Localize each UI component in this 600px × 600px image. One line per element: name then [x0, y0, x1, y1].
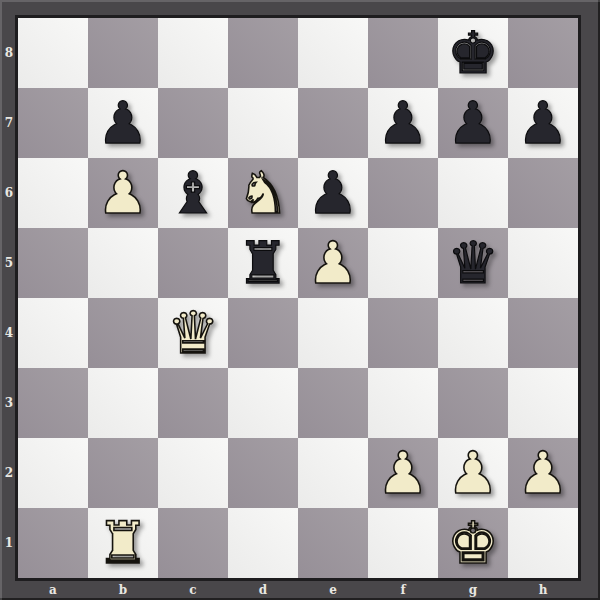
square-a8[interactable] [18, 18, 88, 88]
square-h6[interactable] [508, 158, 578, 228]
square-c6[interactable]: ♝ [158, 158, 228, 228]
square-d8[interactable] [228, 18, 298, 88]
black-pawn-b7[interactable]: ♟ [97, 88, 149, 158]
square-e3[interactable] [298, 368, 368, 438]
square-g2[interactable]: ♟ [438, 438, 508, 508]
square-g6[interactable] [438, 158, 508, 228]
black-rook-d5[interactable]: ♜ [237, 228, 289, 298]
rank-label-7: 7 [0, 88, 18, 158]
rank-label-1: 1 [0, 508, 18, 578]
square-b8[interactable] [88, 18, 158, 88]
square-e2[interactable] [298, 438, 368, 508]
square-e8[interactable] [298, 18, 368, 88]
square-f7[interactable]: ♟ [368, 88, 438, 158]
square-h3[interactable] [508, 368, 578, 438]
square-e1[interactable] [298, 508, 368, 578]
square-d5[interactable]: ♜ [228, 228, 298, 298]
square-a5[interactable] [18, 228, 88, 298]
square-a6[interactable] [18, 158, 88, 228]
square-f3[interactable] [368, 368, 438, 438]
square-a1[interactable] [18, 508, 88, 578]
square-h4[interactable] [508, 298, 578, 368]
square-f8[interactable] [368, 18, 438, 88]
square-d1[interactable] [228, 508, 298, 578]
white-pawn-g2[interactable]: ♟ [447, 438, 499, 508]
square-e5[interactable]: ♟ [298, 228, 368, 298]
chess-board: ♚♟♟♟♟♟♝♞♟♜♟♛♛♟♟♟♜♚ [18, 18, 578, 578]
file-label-a: a [18, 579, 88, 600]
square-d2[interactable] [228, 438, 298, 508]
chess-board-frame: ♚♟♟♟♟♟♝♞♟♜♟♛♛♟♟♟♜♚ 87654321 abcdefgh [0, 0, 600, 600]
square-g3[interactable] [438, 368, 508, 438]
file-label-f: f [368, 579, 438, 600]
file-label-g: g [438, 579, 508, 600]
file-label-h: h [508, 579, 578, 600]
file-label-e: e [298, 579, 368, 600]
black-pawn-f7[interactable]: ♟ [377, 88, 429, 158]
square-d7[interactable] [228, 88, 298, 158]
square-b7[interactable]: ♟ [88, 88, 158, 158]
square-h1[interactable] [508, 508, 578, 578]
square-c8[interactable] [158, 18, 228, 88]
square-c2[interactable] [158, 438, 228, 508]
white-queen-c4[interactable]: ♛ [167, 298, 219, 368]
white-pawn-f2[interactable]: ♟ [377, 438, 429, 508]
square-f2[interactable]: ♟ [368, 438, 438, 508]
square-f4[interactable] [368, 298, 438, 368]
rank-label-2: 2 [0, 438, 18, 508]
square-h5[interactable] [508, 228, 578, 298]
square-f1[interactable] [368, 508, 438, 578]
rank-label-4: 4 [0, 298, 18, 368]
square-d3[interactable] [228, 368, 298, 438]
square-b4[interactable] [88, 298, 158, 368]
square-g5[interactable]: ♛ [438, 228, 508, 298]
square-e4[interactable] [298, 298, 368, 368]
square-b6[interactable]: ♟ [88, 158, 158, 228]
square-d6[interactable]: ♞ [228, 158, 298, 228]
file-label-c: c [158, 579, 228, 600]
square-h7[interactable]: ♟ [508, 88, 578, 158]
square-b3[interactable] [88, 368, 158, 438]
white-rook-b1[interactable]: ♜ [97, 508, 149, 578]
square-f5[interactable] [368, 228, 438, 298]
black-king-g8[interactable]: ♚ [447, 18, 499, 88]
white-knight-d6[interactable]: ♞ [237, 158, 289, 228]
file-label-d: d [228, 579, 298, 600]
black-pawn-g7[interactable]: ♟ [447, 88, 499, 158]
square-c7[interactable] [158, 88, 228, 158]
black-pawn-h7[interactable]: ♟ [517, 88, 569, 158]
white-pawn-b6[interactable]: ♟ [97, 158, 149, 228]
file-label-b: b [88, 579, 158, 600]
black-pawn-e6[interactable]: ♟ [307, 158, 359, 228]
square-b5[interactable] [88, 228, 158, 298]
rank-label-5: 5 [0, 228, 18, 298]
white-pawn-h2[interactable]: ♟ [517, 438, 569, 508]
square-b1[interactable]: ♜ [88, 508, 158, 578]
rank-label-3: 3 [0, 368, 18, 438]
square-e7[interactable] [298, 88, 368, 158]
square-e6[interactable]: ♟ [298, 158, 368, 228]
square-g8[interactable]: ♚ [438, 18, 508, 88]
black-bishop-c6[interactable]: ♝ [167, 158, 219, 228]
black-queen-g5[interactable]: ♛ [447, 228, 499, 298]
square-c1[interactable] [158, 508, 228, 578]
square-c3[interactable] [158, 368, 228, 438]
square-c4[interactable]: ♛ [158, 298, 228, 368]
square-g1[interactable]: ♚ [438, 508, 508, 578]
square-a2[interactable] [18, 438, 88, 508]
square-b2[interactable] [88, 438, 158, 508]
square-f6[interactable] [368, 158, 438, 228]
square-g7[interactable]: ♟ [438, 88, 508, 158]
white-pawn-e5[interactable]: ♟ [307, 228, 359, 298]
square-a3[interactable] [18, 368, 88, 438]
square-h8[interactable] [508, 18, 578, 88]
square-d4[interactable] [228, 298, 298, 368]
rank-label-8: 8 [0, 18, 18, 88]
square-g4[interactable] [438, 298, 508, 368]
square-h2[interactable]: ♟ [508, 438, 578, 508]
square-c5[interactable] [158, 228, 228, 298]
square-a7[interactable] [18, 88, 88, 158]
rank-label-6: 6 [0, 158, 18, 228]
white-king-g1[interactable]: ♚ [447, 508, 499, 578]
square-a4[interactable] [18, 298, 88, 368]
